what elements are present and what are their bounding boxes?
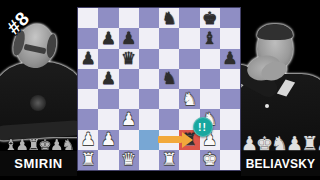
square-a2: ♟ bbox=[78, 130, 98, 150]
black-pawn: ♟ bbox=[101, 30, 116, 47]
black-king: ♚ bbox=[202, 10, 217, 27]
square-d5 bbox=[139, 69, 159, 89]
square-h3 bbox=[220, 109, 240, 129]
thumbnail-canvas: ♞♚♟♟♝♟♛♟♟♞♞♟♞♟♟♜♟♜♛♜♚!! #8 ♝♟♜♚♟♞ ♟♚ bbox=[0, 0, 320, 180]
white-pawn: ♟ bbox=[81, 131, 96, 148]
square-b7: ♟ bbox=[98, 28, 118, 48]
black-bishop: ♝ bbox=[202, 30, 217, 47]
right-player-portrait bbox=[241, 0, 320, 151]
square-c4 bbox=[119, 89, 139, 109]
right-player-lapel-pin bbox=[265, 104, 269, 108]
square-f4: ♞ bbox=[179, 89, 199, 109]
white-pawn: ♟ bbox=[121, 111, 136, 128]
square-b2: ♟ bbox=[98, 130, 118, 150]
square-c6: ♛ bbox=[119, 49, 139, 69]
black-queen: ♛ bbox=[121, 50, 136, 67]
square-e8: ♞ bbox=[159, 8, 179, 28]
square-h8 bbox=[220, 8, 240, 28]
left-player-name-label: SMIRIN bbox=[14, 156, 63, 171]
square-a3 bbox=[78, 109, 98, 129]
square-e7 bbox=[159, 28, 179, 48]
square-h7 bbox=[220, 28, 240, 48]
square-f7 bbox=[179, 28, 199, 48]
white-knight: ♞ bbox=[182, 91, 197, 108]
black-pawn: ♟ bbox=[121, 30, 136, 47]
square-e3 bbox=[159, 109, 179, 129]
white-pawn: ♟ bbox=[101, 131, 116, 148]
square-h5 bbox=[220, 69, 240, 89]
square-h6: ♟ bbox=[220, 49, 240, 69]
white-queen: ♛ bbox=[121, 151, 136, 168]
left-player-photo: ♝♟♜♚♟♞ bbox=[0, 0, 77, 151]
square-h4 bbox=[220, 89, 240, 109]
square-g4 bbox=[200, 89, 220, 109]
square-b4 bbox=[98, 89, 118, 109]
chess-board: ♞♚♟♟♝♟♛♟♟♞♞♟♞♟♟♜♟♜♛♜♚!! bbox=[77, 7, 241, 171]
square-h2 bbox=[220, 130, 240, 150]
square-d6 bbox=[139, 49, 159, 69]
move-arrow bbox=[158, 136, 182, 143]
square-a6: ♟ bbox=[78, 49, 98, 69]
square-h1 bbox=[220, 150, 240, 170]
square-e6 bbox=[159, 49, 179, 69]
black-knight: ♞ bbox=[162, 70, 177, 87]
square-b1 bbox=[98, 150, 118, 170]
square-g1: ♚ bbox=[200, 150, 220, 170]
black-pawn: ♟ bbox=[81, 50, 96, 67]
left-player-portrait bbox=[0, 0, 77, 151]
left-player-name: SMIRIN bbox=[0, 151, 77, 176]
square-c3: ♟ bbox=[119, 109, 139, 129]
square-a1: ♜ bbox=[78, 150, 98, 170]
square-d4 bbox=[139, 89, 159, 109]
square-a7 bbox=[78, 28, 98, 48]
square-b5: ♟ bbox=[98, 69, 118, 89]
brilliant-move-badge: !! bbox=[193, 117, 213, 137]
square-c5 bbox=[119, 69, 139, 89]
white-rook: ♜ bbox=[162, 151, 177, 168]
square-c8 bbox=[119, 8, 139, 28]
square-c7: ♟ bbox=[119, 28, 139, 48]
square-f5 bbox=[179, 69, 199, 89]
square-g5 bbox=[200, 69, 220, 89]
square-b8 bbox=[98, 8, 118, 28]
square-g8: ♚ bbox=[200, 8, 220, 28]
square-d1 bbox=[139, 150, 159, 170]
square-a5 bbox=[78, 69, 98, 89]
square-d3 bbox=[139, 109, 159, 129]
square-f1 bbox=[179, 150, 199, 170]
left-player-shirt-logo bbox=[30, 95, 46, 111]
square-c2 bbox=[119, 130, 139, 150]
square-d8 bbox=[139, 8, 159, 28]
square-b6 bbox=[98, 49, 118, 69]
square-f8 bbox=[179, 8, 199, 28]
white-rook: ♜ bbox=[81, 151, 96, 168]
square-b3 bbox=[98, 109, 118, 129]
move-arrow-head-icon bbox=[182, 132, 193, 148]
square-c1: ♛ bbox=[119, 150, 139, 170]
right-player-name-label: BELIAVSKY bbox=[246, 157, 316, 171]
square-a8 bbox=[78, 8, 98, 28]
square-g6 bbox=[200, 49, 220, 69]
square-d7 bbox=[139, 28, 159, 48]
square-e4 bbox=[159, 89, 179, 109]
black-knight: ♞ bbox=[162, 10, 177, 27]
right-player-photo: ♟♚♞♟♜♟ bbox=[241, 0, 320, 151]
right-player-hair bbox=[257, 24, 293, 40]
square-e1: ♜ bbox=[159, 150, 179, 170]
square-e5: ♞ bbox=[159, 69, 179, 89]
black-pawn: ♟ bbox=[101, 70, 116, 87]
right-player-name: BELIAVSKY bbox=[241, 151, 320, 176]
square-d2 bbox=[139, 130, 159, 150]
square-a4 bbox=[78, 89, 98, 109]
white-king: ♚ bbox=[202, 151, 217, 168]
square-g7: ♝ bbox=[200, 28, 220, 48]
square-f6 bbox=[179, 49, 199, 69]
black-pawn: ♟ bbox=[222, 50, 237, 67]
